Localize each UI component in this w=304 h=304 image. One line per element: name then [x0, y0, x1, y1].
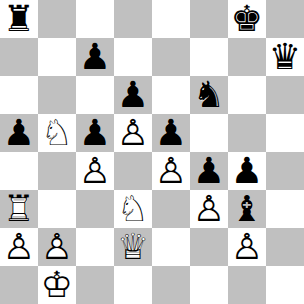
- piece-glyph: ♟: [0, 114, 38, 152]
- square-e8[interactable]: [152, 0, 190, 38]
- piece-white-rook[interactable]: ♜♖: [0, 190, 38, 228]
- square-d5[interactable]: ♟♙: [114, 114, 152, 152]
- piece-glyph: ♚: [228, 0, 266, 38]
- piece-glyph: ♙: [38, 228, 76, 266]
- square-f3[interactable]: ♟♙: [190, 190, 228, 228]
- square-e2[interactable]: [152, 228, 190, 266]
- square-g5[interactable]: [228, 114, 266, 152]
- square-d8[interactable]: [114, 0, 152, 38]
- piece-glyph: ♜: [0, 0, 38, 38]
- square-b4[interactable]: [38, 152, 76, 190]
- square-g1[interactable]: [228, 266, 266, 304]
- piece-white-pawn[interactable]: ♟♙: [190, 190, 228, 228]
- piece-glyph: ♝: [228, 190, 266, 228]
- square-a2[interactable]: ♟♙: [0, 228, 38, 266]
- square-d4[interactable]: [114, 152, 152, 190]
- square-c2[interactable]: [76, 228, 114, 266]
- piece-glyph: ♙: [114, 114, 152, 152]
- piece-glyph: ♔: [38, 266, 76, 304]
- piece-glyph: ♙: [152, 152, 190, 190]
- square-b8[interactable]: [38, 0, 76, 38]
- piece-white-pawn[interactable]: ♟♙: [114, 114, 152, 152]
- piece-black-pawn[interactable]: ♙♟: [114, 76, 152, 114]
- piece-black-rook[interactable]: ♖♜: [0, 0, 38, 38]
- square-a7[interactable]: [0, 38, 38, 76]
- square-a1[interactable]: [0, 266, 38, 304]
- piece-white-pawn[interactable]: ♟♙: [152, 152, 190, 190]
- square-f4[interactable]: ♙♟: [190, 152, 228, 190]
- square-f6[interactable]: ♘♞: [190, 76, 228, 114]
- piece-glyph: ♟: [152, 114, 190, 152]
- square-b1[interactable]: ♚♔: [38, 266, 76, 304]
- square-g3[interactable]: ♗♝: [228, 190, 266, 228]
- piece-glyph: ♟: [190, 152, 228, 190]
- square-c5[interactable]: ♙♟: [76, 114, 114, 152]
- square-c7[interactable]: ♙♟: [76, 38, 114, 76]
- piece-white-king[interactable]: ♚♔: [38, 266, 76, 304]
- piece-glyph: ♖: [0, 190, 38, 228]
- piece-glyph: ♙: [76, 152, 114, 190]
- piece-glyph: ♘: [38, 114, 76, 152]
- chess-board: ♖♜♔♚♙♟♕♛♙♟♘♞♙♟♞♘♙♟♟♙♙♟♟♙♟♙♙♟♙♟♜♖♞♘♟♙♗♝♟♙…: [0, 0, 304, 304]
- piece-black-pawn[interactable]: ♙♟: [76, 38, 114, 76]
- square-g2[interactable]: ♟♙: [228, 228, 266, 266]
- square-b3[interactable]: [38, 190, 76, 228]
- square-c4[interactable]: ♟♙: [76, 152, 114, 190]
- square-h5[interactable]: [266, 114, 304, 152]
- piece-glyph: ♛: [266, 38, 304, 76]
- piece-glyph: ♟: [114, 76, 152, 114]
- piece-glyph: ♙: [190, 190, 228, 228]
- piece-white-pawn[interactable]: ♟♙: [76, 152, 114, 190]
- piece-black-pawn[interactable]: ♙♟: [228, 152, 266, 190]
- square-d3[interactable]: ♞♘: [114, 190, 152, 228]
- piece-glyph: ♘: [114, 190, 152, 228]
- square-e5[interactable]: ♙♟: [152, 114, 190, 152]
- piece-white-pawn[interactable]: ♟♙: [0, 228, 38, 266]
- square-g4[interactable]: ♙♟: [228, 152, 266, 190]
- square-d6[interactable]: ♙♟: [114, 76, 152, 114]
- square-a4[interactable]: [0, 152, 38, 190]
- square-a3[interactable]: ♜♖: [0, 190, 38, 228]
- square-c6[interactable]: [76, 76, 114, 114]
- square-f5[interactable]: [190, 114, 228, 152]
- square-h2[interactable]: [266, 228, 304, 266]
- piece-black-pawn[interactable]: ♙♟: [152, 114, 190, 152]
- piece-black-pawn[interactable]: ♙♟: [0, 114, 38, 152]
- piece-black-pawn[interactable]: ♙♟: [76, 114, 114, 152]
- square-h4[interactable]: [266, 152, 304, 190]
- square-f2[interactable]: [190, 228, 228, 266]
- piece-glyph: ♟: [76, 114, 114, 152]
- square-b5[interactable]: ♞♘: [38, 114, 76, 152]
- piece-glyph: ♟: [228, 152, 266, 190]
- square-a5[interactable]: ♙♟: [0, 114, 38, 152]
- square-e7[interactable]: [152, 38, 190, 76]
- piece-glyph: ♙: [0, 228, 38, 266]
- square-d2[interactable]: ♛♕: [114, 228, 152, 266]
- piece-white-knight[interactable]: ♞♘: [114, 190, 152, 228]
- piece-black-knight[interactable]: ♘♞: [190, 76, 228, 114]
- square-e6[interactable]: [152, 76, 190, 114]
- piece-black-bishop[interactable]: ♗♝: [228, 190, 266, 228]
- square-e3[interactable]: [152, 190, 190, 228]
- piece-white-queen[interactable]: ♛♕: [114, 228, 152, 266]
- piece-black-pawn[interactable]: ♙♟: [190, 152, 228, 190]
- square-f1[interactable]: [190, 266, 228, 304]
- piece-black-queen[interactable]: ♕♛: [266, 38, 304, 76]
- square-d1[interactable]: [114, 266, 152, 304]
- piece-white-pawn[interactable]: ♟♙: [38, 228, 76, 266]
- square-e1[interactable]: [152, 266, 190, 304]
- square-h8[interactable]: [266, 0, 304, 38]
- piece-glyph: ♙: [228, 228, 266, 266]
- square-a8[interactable]: ♖♜: [0, 0, 38, 38]
- square-h3[interactable]: [266, 190, 304, 228]
- piece-glyph: ♕: [114, 228, 152, 266]
- square-c1[interactable]: [76, 266, 114, 304]
- piece-white-knight[interactable]: ♞♘: [38, 114, 76, 152]
- square-g8[interactable]: ♔♚: [228, 0, 266, 38]
- square-c3[interactable]: [76, 190, 114, 228]
- square-h7[interactable]: ♕♛: [266, 38, 304, 76]
- piece-black-king[interactable]: ♔♚: [228, 0, 266, 38]
- piece-white-pawn[interactable]: ♟♙: [228, 228, 266, 266]
- square-e4[interactable]: ♟♙: [152, 152, 190, 190]
- square-a6[interactable]: [0, 76, 38, 114]
- piece-glyph: ♟: [76, 38, 114, 76]
- square-c8[interactable]: [76, 0, 114, 38]
- square-f7[interactable]: [190, 38, 228, 76]
- square-h1[interactable]: [266, 266, 304, 304]
- piece-glyph: ♞: [190, 76, 228, 114]
- square-g6[interactable]: [228, 76, 266, 114]
- square-b7[interactable]: [38, 38, 76, 76]
- square-b2[interactable]: ♟♙: [38, 228, 76, 266]
- square-d7[interactable]: [114, 38, 152, 76]
- square-b6[interactable]: [38, 76, 76, 114]
- square-g7[interactable]: [228, 38, 266, 76]
- square-h6[interactable]: [266, 76, 304, 114]
- square-f8[interactable]: [190, 0, 228, 38]
